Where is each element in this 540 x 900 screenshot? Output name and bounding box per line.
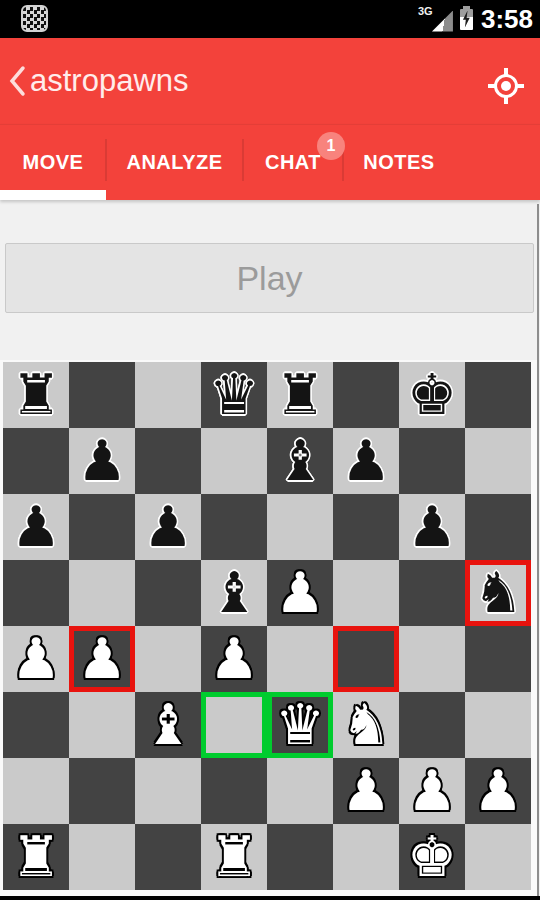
battery-icon: [460, 9, 473, 30]
piece-white-bishop: ♝: [143, 692, 193, 758]
piece-black-bishop: ♝: [209, 560, 259, 626]
square-e1[interactable]: [267, 824, 333, 890]
square-h3[interactable]: [465, 692, 531, 758]
piece-white-pawn: ♟: [77, 626, 127, 692]
charging-bolt-icon: [461, 11, 472, 28]
square-f4[interactable]: [333, 626, 399, 692]
piece-black-pawn: ♟: [11, 494, 61, 560]
square-g6[interactable]: ♟: [399, 494, 465, 560]
square-h4[interactable]: [465, 626, 531, 692]
square-b8[interactable]: [69, 362, 135, 428]
square-g1[interactable]: ♚: [399, 824, 465, 890]
piece-white-queen: ♛: [275, 692, 325, 758]
square-f2[interactable]: ♟: [333, 758, 399, 824]
square-a7[interactable]: [3, 428, 69, 494]
square-d8[interactable]: ♛: [201, 362, 267, 428]
square-d5[interactable]: ♝: [201, 560, 267, 626]
square-b5[interactable]: [69, 560, 135, 626]
piece-black-pawn: ♟: [143, 494, 193, 560]
square-h8[interactable]: [465, 362, 531, 428]
square-g5[interactable]: [399, 560, 465, 626]
chess-board: ♜♛♜♚♟♝♟♟♟♟♝♟♞♟♟♟♝♛♞♟♟♟♜♜♚: [3, 362, 531, 890]
square-h2[interactable]: ♟: [465, 758, 531, 824]
tab-move[interactable]: MOVE: [0, 125, 106, 200]
piece-white-rook: ♜: [11, 824, 61, 890]
square-b2[interactable]: [69, 758, 135, 824]
piece-white-knight: ♞: [341, 692, 391, 758]
piece-white-rook: ♜: [209, 824, 259, 890]
square-c1[interactable]: [135, 824, 201, 890]
square-b6[interactable]: [69, 494, 135, 560]
tab-bar: MOVE ANALYZE CHAT NOTES 1: [0, 124, 540, 200]
locate-dot: [501, 81, 511, 91]
chat-unread-badge: 1: [317, 132, 345, 160]
square-d6[interactable]: [201, 494, 267, 560]
tab-chat-label: CHAT: [265, 151, 321, 174]
play-button[interactable]: Play: [5, 243, 534, 313]
square-c8[interactable]: [135, 362, 201, 428]
tab-analyze-label: ANALYZE: [126, 151, 222, 174]
locate-tick-left: [488, 84, 495, 88]
square-c5[interactable]: [135, 560, 201, 626]
back-icon[interactable]: [7, 64, 27, 98]
square-e4[interactable]: [267, 626, 333, 692]
piece-black-rook: ♜: [275, 362, 325, 428]
tab-move-label: MOVE: [23, 151, 84, 174]
square-b3[interactable]: [69, 692, 135, 758]
square-f8[interactable]: [333, 362, 399, 428]
square-a3[interactable]: [3, 692, 69, 758]
piece-white-pawn: ♟: [11, 626, 61, 692]
square-a4[interactable]: ♟: [3, 626, 69, 692]
square-g4[interactable]: [399, 626, 465, 692]
piece-black-pawn: ♟: [77, 428, 127, 494]
square-f5[interactable]: [333, 560, 399, 626]
square-f1[interactable]: [333, 824, 399, 890]
status-bar-right: 3G 3:58: [418, 0, 536, 38]
signal-triangle-icon: [432, 11, 453, 32]
square-a8[interactable]: ♜: [3, 362, 69, 428]
tab-notes[interactable]: NOTES: [343, 125, 455, 200]
square-e8[interactable]: ♜: [267, 362, 333, 428]
piece-white-pawn: ♟: [275, 560, 325, 626]
square-a5[interactable]: [3, 560, 69, 626]
status-time: 3:58: [481, 4, 533, 35]
piece-black-rook: ♜: [11, 362, 61, 428]
square-f7[interactable]: ♟: [333, 428, 399, 494]
piece-black-queen: ♛: [209, 362, 259, 428]
square-c3[interactable]: ♝: [135, 692, 201, 758]
network-type-label: 3G: [418, 6, 433, 17]
square-d3[interactable]: [201, 692, 267, 758]
piece-white-pawn: ♟: [209, 626, 259, 692]
square-g3[interactable]: [399, 692, 465, 758]
piece-black-bishop: ♝: [275, 428, 325, 494]
scrollbar[interactable]: [537, 204, 539, 896]
screen: 3G 3:58 astropawns MOVE ANALYZE CHAT NOT…: [0, 0, 540, 900]
square-d1[interactable]: ♜: [201, 824, 267, 890]
square-b7[interactable]: ♟: [69, 428, 135, 494]
square-e3[interactable]: ♛: [267, 692, 333, 758]
square-g8[interactable]: ♚: [399, 362, 465, 428]
active-tab-underline: [0, 190, 106, 200]
piece-black-pawn: ♟: [341, 428, 391, 494]
square-h6[interactable]: [465, 494, 531, 560]
screen-bottom-edge: [0, 896, 540, 900]
locate-tick-bottom: [504, 97, 508, 104]
piece-black-knight: ♞: [473, 560, 523, 626]
locate-tick-top: [504, 68, 508, 75]
square-c6[interactable]: ♟: [135, 494, 201, 560]
square-b1[interactable]: [69, 824, 135, 890]
tab-analyze[interactable]: ANALYZE: [106, 125, 243, 200]
square-e5[interactable]: ♟: [267, 560, 333, 626]
piece-white-king: ♚: [407, 824, 457, 890]
square-e6[interactable]: [267, 494, 333, 560]
square-a2[interactable]: [3, 758, 69, 824]
status-bar: 3G 3:58: [0, 0, 540, 38]
square-f3[interactable]: ♞: [333, 692, 399, 758]
tab-separator: [105, 139, 107, 181]
piece-white-pawn: ♟: [407, 758, 457, 824]
piece-white-pawn: ♟: [341, 758, 391, 824]
my-location-icon[interactable]: [488, 68, 524, 104]
piece-white-pawn: ♟: [473, 758, 523, 824]
square-d4[interactable]: ♟: [201, 626, 267, 692]
tab-notes-label: NOTES: [363, 151, 434, 174]
square-d7[interactable]: [201, 428, 267, 494]
locate-tick-right: [517, 84, 524, 88]
square-b4[interactable]: ♟: [69, 626, 135, 692]
tab-separator: [242, 139, 244, 181]
page-title: astropawns: [30, 63, 189, 99]
square-g7[interactable]: [399, 428, 465, 494]
square-e7[interactable]: ♝: [267, 428, 333, 494]
piece-black-pawn: ♟: [407, 494, 457, 560]
square-h7[interactable]: [465, 428, 531, 494]
sim-toolkit-icon: [21, 5, 48, 32]
square-c4[interactable]: [135, 626, 201, 692]
square-a1[interactable]: ♜: [3, 824, 69, 890]
square-g2[interactable]: ♟: [399, 758, 465, 824]
play-button-label: Play: [236, 259, 302, 298]
square-c2[interactable]: [135, 758, 201, 824]
square-d2[interactable]: [201, 758, 267, 824]
square-e2[interactable]: [267, 758, 333, 824]
square-f6[interactable]: [333, 494, 399, 560]
piece-black-king: ♚: [407, 362, 457, 428]
square-c7[interactable]: [135, 428, 201, 494]
app-bar: astropawns: [0, 38, 540, 124]
signal-strength-icon: 3G: [418, 6, 453, 33]
square-a6[interactable]: ♟: [3, 494, 69, 560]
square-h5[interactable]: ♞: [465, 560, 531, 626]
square-h1[interactable]: [465, 824, 531, 890]
